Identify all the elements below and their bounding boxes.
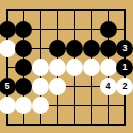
- board-intersection[interactable]: [116, 115, 133, 133]
- board-intersection[interactable]: [66, 77, 83, 96]
- board-intersection[interactable]: [100, 96, 117, 115]
- board-intersection[interactable]: [100, 58, 117, 77]
- board-intersection[interactable]: [49, 0, 66, 19]
- board-intersection[interactable]: [15, 96, 32, 115]
- black-stone: [0, 21, 16, 38]
- board-intersection[interactable]: [32, 58, 49, 77]
- board-intersection[interactable]: [49, 96, 66, 115]
- white-stone: 2: [116, 78, 133, 95]
- go-board-diagram: 31542: [0, 0, 133, 133]
- board-intersection[interactable]: [83, 96, 100, 115]
- black-stone: 1: [116, 59, 133, 76]
- white-stone: [49, 78, 66, 95]
- white-stone: [100, 59, 117, 76]
- move-number-label: 1: [122, 63, 127, 72]
- black-stone: 3: [116, 40, 133, 57]
- board-intersection[interactable]: [66, 20, 83, 39]
- board-intersection[interactable]: [15, 58, 32, 77]
- board-intersection[interactable]: [66, 39, 83, 58]
- board-intersection[interactable]: [66, 115, 83, 133]
- board-intersections: 31542: [0, 0, 133, 133]
- white-stone: [32, 97, 49, 114]
- board-intersection[interactable]: [0, 20, 15, 39]
- board-intersection[interactable]: [49, 20, 66, 39]
- board-intersection[interactable]: [116, 20, 133, 39]
- board-intersection[interactable]: [100, 20, 117, 39]
- board-intersection[interactable]: [15, 39, 32, 58]
- black-stone: [15, 59, 32, 76]
- white-stone: [32, 59, 49, 76]
- board-intersection[interactable]: [83, 20, 100, 39]
- board-intersection[interactable]: [32, 0, 49, 19]
- board-intersection[interactable]: [83, 0, 100, 19]
- black-stone: [15, 21, 32, 38]
- white-stone: [0, 97, 16, 114]
- white-stone: [66, 59, 83, 76]
- black-stone: [66, 40, 83, 57]
- board-intersection[interactable]: [49, 77, 66, 96]
- board-intersection[interactable]: [32, 20, 49, 39]
- board-intersection[interactable]: [83, 58, 100, 77]
- board-intersection[interactable]: 1: [116, 58, 133, 77]
- white-stone: [0, 40, 16, 57]
- board-intersection[interactable]: [15, 20, 32, 39]
- board-intersection[interactable]: [32, 115, 49, 133]
- board-intersection[interactable]: [100, 0, 117, 19]
- board-intersection[interactable]: [66, 96, 83, 115]
- board-intersection[interactable]: 2: [116, 77, 133, 96]
- board-intersection[interactable]: [49, 39, 66, 58]
- board-intersection[interactable]: [100, 39, 117, 58]
- board-intersection[interactable]: 5: [0, 77, 15, 96]
- board-intersection[interactable]: [66, 0, 83, 19]
- board-intersection[interactable]: [66, 58, 83, 77]
- black-stone: [49, 40, 66, 57]
- move-number-label: 2: [122, 82, 127, 91]
- board-intersection[interactable]: [0, 96, 15, 115]
- black-stone: [15, 40, 32, 57]
- board-intersection[interactable]: [15, 0, 32, 19]
- board-intersection[interactable]: [0, 58, 15, 77]
- move-number-label: 4: [106, 82, 111, 91]
- board-intersection[interactable]: [0, 0, 15, 19]
- board-intersection[interactable]: [49, 58, 66, 77]
- board-intersection[interactable]: [0, 115, 15, 133]
- black-stone: [83, 40, 100, 57]
- board-intersection[interactable]: [32, 96, 49, 115]
- white-stone: [32, 78, 49, 95]
- black-stone: [100, 21, 117, 38]
- board-intersection[interactable]: [32, 77, 49, 96]
- board-intersection[interactable]: [15, 77, 32, 96]
- white-stone: [49, 59, 66, 76]
- white-stone: [83, 59, 100, 76]
- move-number-label: 5: [4, 82, 9, 91]
- black-stone: [100, 40, 117, 57]
- black-stone: 5: [0, 78, 16, 95]
- white-stone: [15, 97, 32, 114]
- board-intersection[interactable]: [49, 115, 66, 133]
- black-stone: [15, 78, 32, 95]
- move-number-label: 3: [122, 44, 127, 53]
- board-intersection[interactable]: [83, 115, 100, 133]
- board-intersection[interactable]: [0, 39, 15, 58]
- board-intersection[interactable]: 3: [116, 39, 133, 58]
- board-intersection[interactable]: 4: [100, 77, 117, 96]
- board-intersection[interactable]: [83, 77, 100, 96]
- board-intersection[interactable]: [116, 0, 133, 19]
- board-intersection[interactable]: [100, 115, 117, 133]
- board-intersection[interactable]: [83, 39, 100, 58]
- white-stone: 4: [100, 78, 117, 95]
- board-intersection[interactable]: [32, 39, 49, 58]
- board-intersection[interactable]: [116, 96, 133, 115]
- board-intersection[interactable]: [15, 115, 32, 133]
